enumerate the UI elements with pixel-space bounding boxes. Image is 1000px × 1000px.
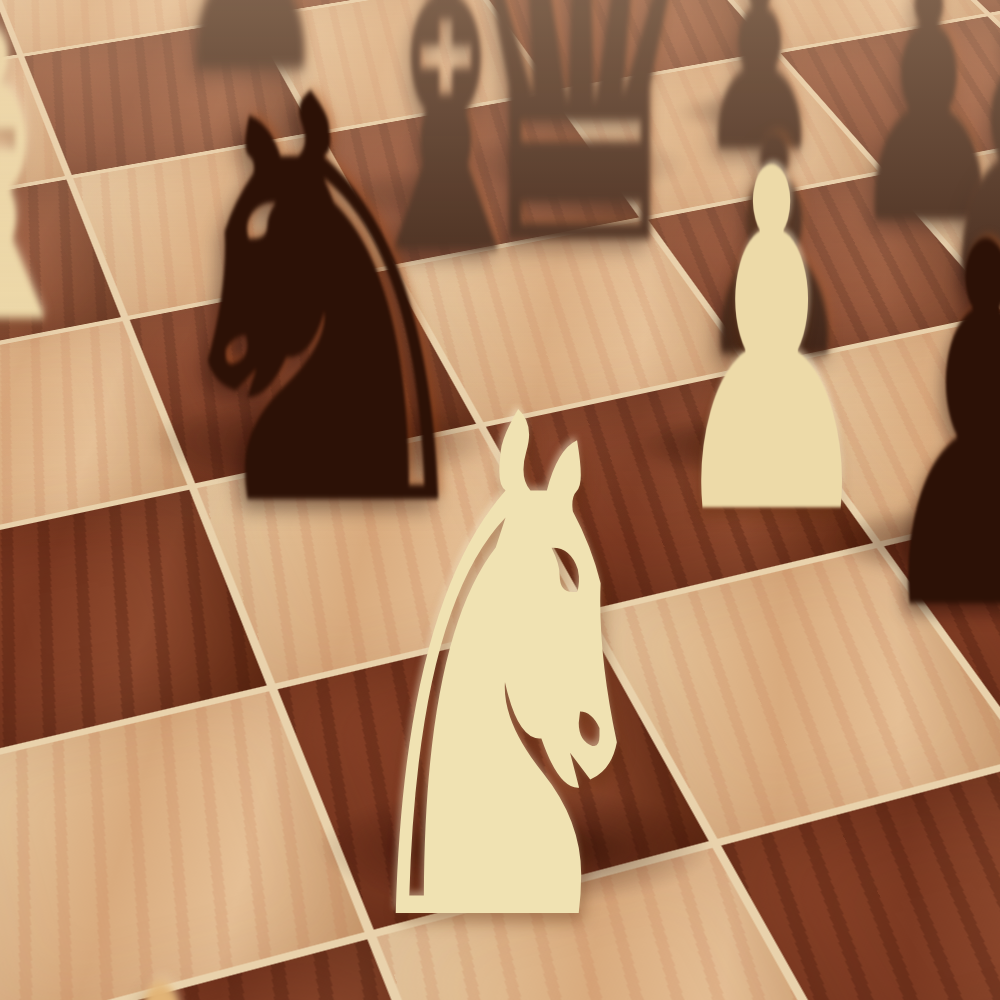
white-pawn-piece: ♟ xyxy=(666,110,877,580)
white-bishop-left-edge-piece: ♝ xyxy=(0,0,96,380)
white-knight-piece: ♞ xyxy=(333,330,679,1000)
white-pawn-bottom-left-piece: ♟ xyxy=(55,932,267,1000)
black-pawn-right-foreground-piece: ♟ xyxy=(870,180,1000,680)
chess-set-photo: ♝ ♟ ♛ ♝ ♟ ♟ ♟ ♟ ♞ ♟ ♟ ♞ ♟ xyxy=(0,0,1000,1000)
